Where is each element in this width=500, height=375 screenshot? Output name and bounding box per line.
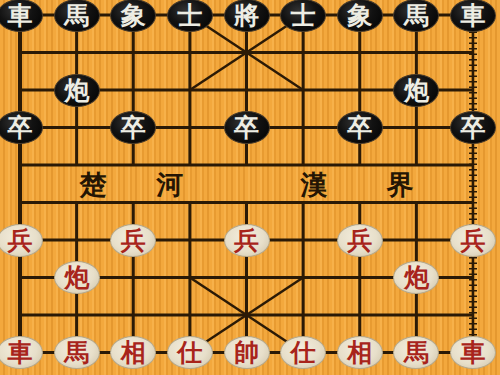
piece-red-advisor[interactable]: 仕 xyxy=(280,336,326,369)
piece-glyph: 士 xyxy=(177,3,202,28)
piece-glyph: 馬 xyxy=(404,3,429,28)
piece-glyph: 卒 xyxy=(121,115,146,140)
piece-glyph: 象 xyxy=(347,3,372,28)
piece-red-soldier[interactable]: 兵 xyxy=(224,224,270,257)
piece-glyph: 兵 xyxy=(461,228,486,253)
piece-red-elephant[interactable]: 相 xyxy=(337,336,383,369)
piece-red-elephant[interactable]: 相 xyxy=(110,336,156,369)
piece-red-chariot[interactable]: 車 xyxy=(450,336,496,369)
piece-black-general[interactable]: 將 xyxy=(224,0,270,32)
piece-red-soldier[interactable]: 兵 xyxy=(337,224,383,257)
piece-glyph: 炮 xyxy=(404,78,429,103)
piece-glyph: 兵 xyxy=(8,228,33,253)
piece-glyph: 卒 xyxy=(234,115,259,140)
piece-black-advisor[interactable]: 士 xyxy=(280,0,326,32)
piece-glyph: 兵 xyxy=(234,228,259,253)
piece-glyph: 馬 xyxy=(64,340,89,365)
river-char-he: 河 xyxy=(152,167,188,203)
piece-glyph: 炮 xyxy=(64,78,89,103)
piece-glyph: 卒 xyxy=(461,115,486,140)
piece-black-horse[interactable]: 馬 xyxy=(393,0,439,32)
piece-glyph: 車 xyxy=(461,3,486,28)
piece-red-soldier[interactable]: 兵 xyxy=(110,224,156,257)
piece-black-cannon[interactable]: 炮 xyxy=(393,74,439,107)
xiangqi-board[interactable]: 楚 河 漢 界 車馬象士將士象馬車炮炮卒卒卒卒卒兵兵兵兵兵炮炮車馬相仕帥仕相馬車 xyxy=(0,0,500,375)
piece-black-soldier[interactable]: 卒 xyxy=(224,111,270,144)
river-char-chu: 楚 xyxy=(75,167,111,203)
piece-black-cannon[interactable]: 炮 xyxy=(54,74,100,107)
piece-red-horse[interactable]: 馬 xyxy=(54,336,100,369)
piece-black-soldier[interactable]: 卒 xyxy=(450,111,496,144)
river-char-jie: 界 xyxy=(382,167,418,203)
piece-glyph: 車 xyxy=(461,340,486,365)
piece-red-soldier[interactable]: 兵 xyxy=(0,224,43,257)
piece-glyph: 車 xyxy=(8,340,33,365)
piece-black-soldier[interactable]: 卒 xyxy=(110,111,156,144)
piece-black-elephant[interactable]: 象 xyxy=(110,0,156,32)
piece-glyph: 仕 xyxy=(291,340,316,365)
piece-glyph: 將 xyxy=(234,3,259,28)
piece-glyph: 相 xyxy=(347,340,372,365)
piece-glyph: 士 xyxy=(291,3,316,28)
piece-glyph: 馬 xyxy=(404,340,429,365)
piece-red-cannon[interactable]: 炮 xyxy=(54,261,100,294)
piece-black-soldier[interactable]: 卒 xyxy=(337,111,383,144)
piece-glyph: 車 xyxy=(8,3,33,28)
piece-red-general[interactable]: 帥 xyxy=(224,336,270,369)
piece-glyph: 相 xyxy=(121,340,146,365)
piece-red-soldier[interactable]: 兵 xyxy=(450,224,496,257)
piece-glyph: 炮 xyxy=(404,265,429,290)
piece-glyph: 炮 xyxy=(64,265,89,290)
piece-glyph: 馬 xyxy=(64,3,89,28)
piece-glyph: 卒 xyxy=(347,115,372,140)
piece-glyph: 卒 xyxy=(8,115,33,140)
piece-black-elephant[interactable]: 象 xyxy=(337,0,383,32)
piece-glyph: 象 xyxy=(121,3,146,28)
piece-black-advisor[interactable]: 士 xyxy=(167,0,213,32)
river-char-han: 漢 xyxy=(296,167,332,203)
piece-glyph: 兵 xyxy=(121,228,146,253)
piece-black-horse[interactable]: 馬 xyxy=(54,0,100,32)
piece-black-chariot[interactable]: 車 xyxy=(450,0,496,32)
piece-glyph: 兵 xyxy=(347,228,372,253)
piece-red-advisor[interactable]: 仕 xyxy=(167,336,213,369)
piece-black-chariot[interactable]: 車 xyxy=(0,0,43,32)
piece-glyph: 帥 xyxy=(234,340,259,365)
piece-glyph: 仕 xyxy=(177,340,202,365)
